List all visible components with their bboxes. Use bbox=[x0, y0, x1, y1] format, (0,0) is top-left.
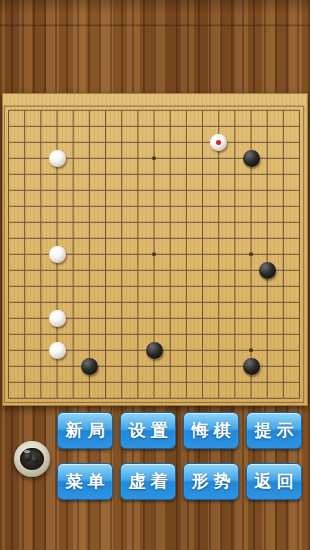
white-stone bbox=[49, 150, 66, 167]
black-stone bbox=[81, 358, 98, 375]
button-row-bottom: 菜单 虚着 形势 返回 bbox=[57, 463, 303, 500]
white-stone bbox=[210, 134, 227, 151]
settings-button[interactable]: 设置 bbox=[120, 412, 176, 449]
situation-button[interactable]: 形势 bbox=[183, 463, 239, 500]
undo-button[interactable]: 悔棋 bbox=[183, 412, 239, 449]
hint-button[interactable]: 提示 bbox=[246, 412, 302, 449]
black-stone bbox=[259, 262, 276, 279]
button-row-top: 新局 设置 悔棋 提示 bbox=[57, 412, 303, 449]
go-board[interactable] bbox=[2, 93, 308, 406]
stone-bowl-icon bbox=[14, 441, 50, 477]
black-stone bbox=[243, 358, 260, 375]
menu-button[interactable]: 菜单 bbox=[57, 463, 113, 500]
app-screen: 新局 设置 悔棋 提示 菜单 虚着 形势 返回 bbox=[0, 0, 310, 550]
black-stone bbox=[243, 150, 260, 167]
white-stone bbox=[49, 342, 66, 359]
pass-button[interactable]: 虚着 bbox=[120, 463, 176, 500]
white-stone bbox=[49, 246, 66, 263]
back-button[interactable]: 返回 bbox=[246, 463, 302, 500]
bowl-highlight bbox=[24, 450, 30, 453]
white-stone bbox=[49, 310, 66, 327]
bowl-stone bbox=[31, 456, 38, 463]
last-move-marker bbox=[216, 140, 221, 145]
black-stone bbox=[146, 342, 163, 359]
board-grid-lines bbox=[2, 93, 308, 406]
new-game-button[interactable]: 新局 bbox=[57, 412, 113, 449]
